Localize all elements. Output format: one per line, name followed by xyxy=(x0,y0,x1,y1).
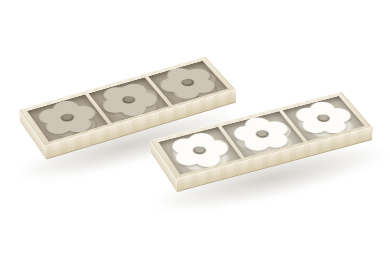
flower-top-white xyxy=(293,101,356,137)
product-photo-scene xyxy=(0,0,390,260)
